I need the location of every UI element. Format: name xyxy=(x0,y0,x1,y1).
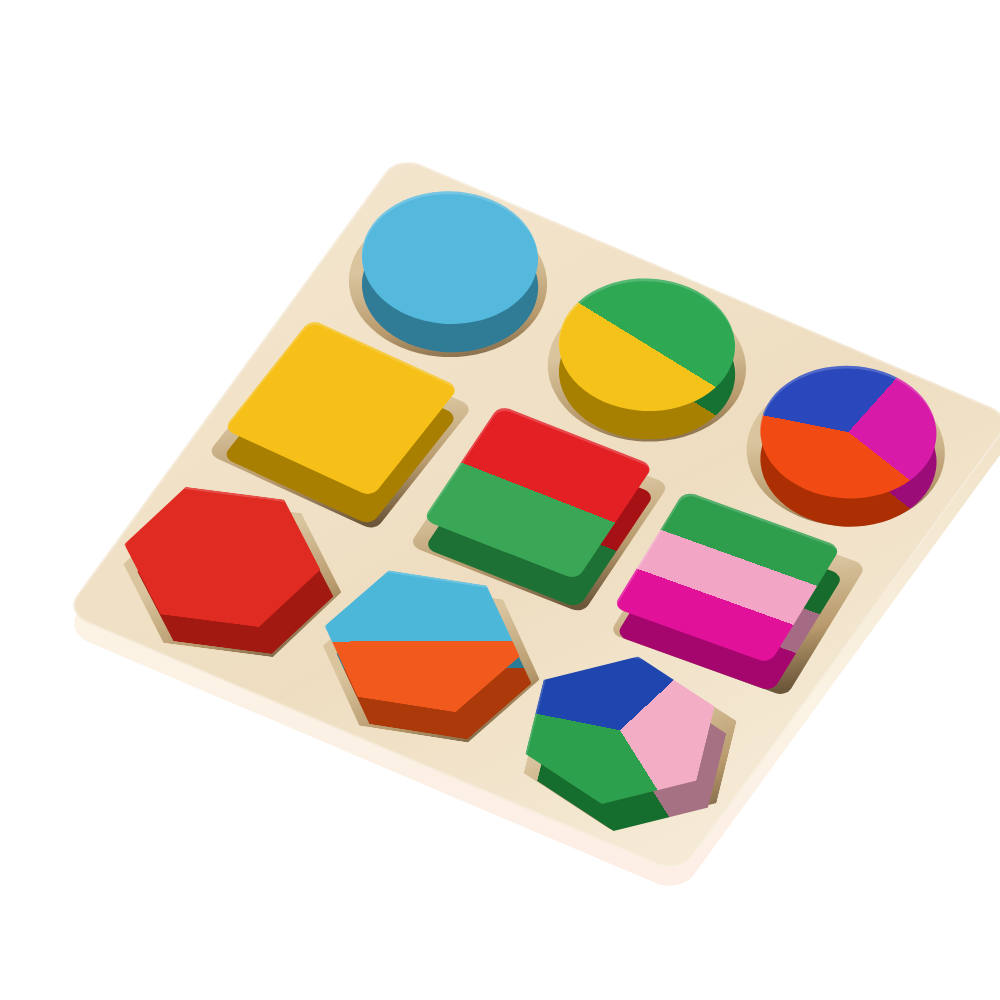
board-surface xyxy=(64,155,1000,875)
board-grid xyxy=(64,155,1000,875)
photo-background xyxy=(0,0,1000,1000)
puzzle-board xyxy=(64,155,1000,875)
holder-hexagon-thirds-cube-blue-pink-green xyxy=(502,649,759,845)
